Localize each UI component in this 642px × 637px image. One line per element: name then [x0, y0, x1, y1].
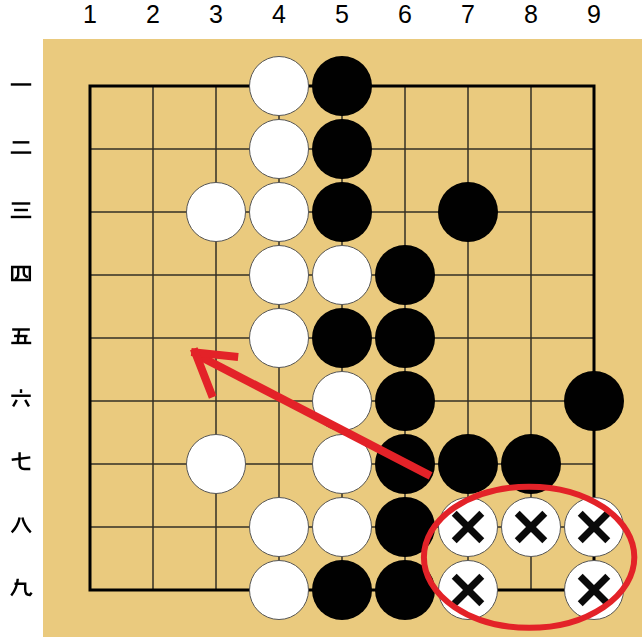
row-label-7 [8, 449, 34, 479]
row-label-4 [8, 260, 34, 290]
row-label-1 [8, 71, 34, 101]
go-board-diagram: 123456789 [0, 0, 642, 637]
row-label-5 [8, 323, 34, 353]
goban[interactable] [43, 39, 642, 637]
row-label-3 [8, 197, 34, 227]
row-label-9 [8, 575, 34, 605]
row-label-2 [8, 134, 34, 164]
column-label-7: 7 [461, 2, 475, 27]
row-label-6 [8, 386, 34, 416]
column-label-8: 8 [524, 2, 538, 27]
column-label-9: 9 [587, 2, 601, 27]
column-label-1: 1 [83, 2, 97, 27]
row-label-8 [8, 512, 34, 542]
column-label-6: 6 [398, 2, 412, 27]
column-label-5: 5 [335, 2, 349, 27]
column-label-3: 3 [209, 2, 223, 27]
column-label-4: 4 [272, 2, 286, 27]
column-label-2: 2 [146, 2, 160, 27]
